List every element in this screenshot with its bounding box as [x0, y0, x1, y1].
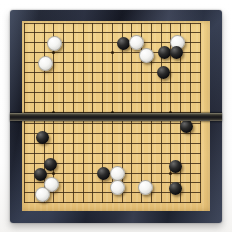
- white-stone[interactable]: [47, 36, 62, 51]
- black-stone[interactable]: [117, 37, 130, 50]
- board-hinge-seam: [10, 113, 222, 121]
- grid-line-horizontal-14: [24, 153, 201, 154]
- white-stone[interactable]: [139, 48, 154, 63]
- black-stone[interactable]: [180, 120, 193, 133]
- grid-line-horizontal-11: [24, 123, 201, 124]
- grid-line-horizontal-8: [24, 92, 201, 93]
- star-point: [111, 51, 114, 54]
- white-stone[interactable]: [110, 166, 125, 181]
- grid-line-horizontal-19: [24, 202, 201, 203]
- black-stone[interactable]: [36, 131, 49, 144]
- white-stone[interactable]: [35, 187, 50, 202]
- grid-line-horizontal-6: [24, 72, 201, 73]
- star-point: [52, 172, 55, 175]
- black-stone[interactable]: [97, 167, 110, 180]
- grid-line-horizontal-1: [24, 23, 201, 24]
- grid-line-horizontal-7: [24, 82, 201, 83]
- grid-line-horizontal-9: [24, 102, 201, 103]
- grid-line-horizontal-12: [24, 133, 201, 134]
- black-stone[interactable]: [157, 66, 170, 79]
- black-stone[interactable]: [44, 158, 57, 171]
- white-stone[interactable]: [38, 56, 53, 71]
- black-stone[interactable]: [158, 46, 171, 59]
- grid-line-horizontal-2: [24, 32, 201, 33]
- grid-line-horizontal-13: [24, 143, 201, 144]
- go-board-photo: [0, 0, 232, 232]
- star-point: [52, 51, 55, 54]
- black-stone[interactable]: [34, 168, 47, 181]
- black-stone[interactable]: [170, 46, 183, 59]
- black-stone[interactable]: [169, 160, 182, 173]
